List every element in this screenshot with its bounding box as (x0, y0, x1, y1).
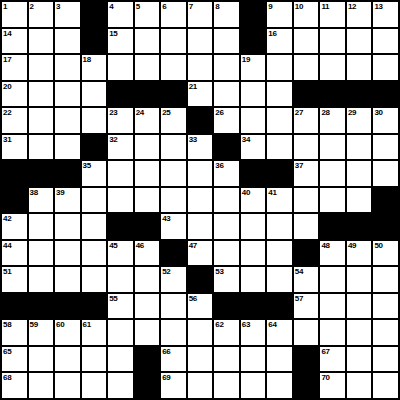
grid-cell-r5c11[interactable] (267, 108, 292, 133)
grid-cell-r11c3[interactable] (55, 267, 80, 292)
grid-cell-r1c13[interactable]: 11 (320, 2, 345, 27)
grid-cell-r15c14[interactable] (347, 373, 372, 398)
block-cell-r7c2 (29, 161, 54, 186)
grid-cell-r3c12[interactable] (294, 55, 319, 80)
grid-cell-r14c11[interactable] (267, 347, 292, 372)
grid-cell-r1c11[interactable]: 9 (267, 2, 292, 27)
clue-number-56: 56 (189, 294, 197, 303)
grid-cell-r10c6[interactable]: 46 (135, 241, 160, 266)
clue-number-55: 55 (109, 294, 117, 303)
block-cell-r4c12 (294, 82, 319, 107)
grid-cell-r12c8[interactable]: 56 (188, 294, 213, 319)
grid-cell-r2c6[interactable] (135, 29, 160, 54)
block-cell-r4c6 (135, 82, 160, 107)
clue-number-21: 21 (189, 82, 197, 91)
block-cell-r9c15 (373, 214, 398, 239)
block-cell-r12c4 (82, 294, 107, 319)
grid-cell-r15c1[interactable]: 68 (2, 373, 27, 398)
clue-number-68: 68 (3, 373, 11, 382)
grid-cell-r10c10[interactable] (241, 241, 266, 266)
grid-cell-r3c15[interactable] (373, 55, 398, 80)
block-cell-r4c5 (108, 82, 133, 107)
grid-cell-r9c9[interactable] (214, 214, 239, 239)
grid-cell-r3c13[interactable] (320, 55, 345, 80)
grid-cell-r13c13[interactable] (320, 320, 345, 345)
grid-cell-r9c1[interactable]: 42 (2, 214, 27, 239)
clue-number-28: 28 (321, 108, 329, 117)
grid-cell-r9c11[interactable] (267, 214, 292, 239)
grid-cell-r2c9[interactable] (214, 29, 239, 54)
grid-cell-r2c13[interactable] (320, 29, 345, 54)
grid-cell-r10c14[interactable]: 49 (347, 241, 372, 266)
grid-cell-r14c7[interactable]: 66 (161, 347, 186, 372)
grid-cell-r8c10[interactable]: 40 (241, 188, 266, 213)
block-cell-r7c11 (267, 161, 292, 186)
grid-cell-r8c14[interactable] (347, 188, 372, 213)
clue-number-59: 59 (30, 320, 38, 329)
grid-cell-r2c8[interactable] (188, 29, 213, 54)
grid-cell-r5c7[interactable]: 25 (161, 108, 186, 133)
grid-cell-r5c9[interactable]: 26 (214, 108, 239, 133)
grid-cell-r5c1[interactable]: 22 (2, 108, 27, 133)
clue-number-5: 5 (136, 2, 140, 11)
grid-cell-r15c9[interactable] (214, 373, 239, 398)
grid-cell-r13c15[interactable] (373, 320, 398, 345)
clue-number-61: 61 (83, 320, 91, 329)
grid-cell-r6c13[interactable] (320, 135, 345, 160)
clue-number-70: 70 (321, 373, 329, 382)
grid-cell-r5c2[interactable] (29, 108, 54, 133)
clue-number-37: 37 (295, 161, 303, 170)
grid-cell-r3c6[interactable] (135, 55, 160, 80)
grid-cell-r4c1[interactable]: 20 (2, 82, 27, 107)
grid-cell-r13c12[interactable] (294, 320, 319, 345)
grid-cell-r2c11[interactable]: 16 (267, 29, 292, 54)
block-cell-r5c8 (188, 108, 213, 133)
grid-cell-r2c5[interactable]: 15 (108, 29, 133, 54)
grid-cell-r3c9[interactable] (214, 55, 239, 80)
grid-cell-r13c14[interactable] (347, 320, 372, 345)
grid-cell-r10c8[interactable]: 47 (188, 241, 213, 266)
grid-cell-r1c8[interactable]: 7 (188, 2, 213, 27)
grid-cell-r13c1[interactable]: 58 (2, 320, 27, 345)
clue-number-3: 3 (56, 2, 60, 11)
grid-cell-r11c9[interactable]: 53 (214, 267, 239, 292)
block-cell-r9c14 (347, 214, 372, 239)
clue-number-43: 43 (162, 214, 170, 223)
grid-cell-r6c15[interactable] (373, 135, 398, 160)
block-cell-r11c8 (188, 267, 213, 292)
grid-cell-r14c1[interactable]: 65 (2, 347, 27, 372)
grid-cell-r7c15[interactable] (373, 161, 398, 186)
clue-number-54: 54 (295, 267, 303, 276)
grid-cell-r9c3[interactable] (55, 214, 80, 239)
grid-cell-r14c2[interactable] (29, 347, 54, 372)
grid-cell-r4c2[interactable] (29, 82, 54, 107)
block-cell-r7c10 (241, 161, 266, 186)
grid-cell-r2c7[interactable] (161, 29, 186, 54)
block-cell-r2c10 (241, 29, 266, 54)
grid-cell-r9c12[interactable] (294, 214, 319, 239)
clue-number-36: 36 (215, 161, 223, 170)
grid-cell-r15c5[interactable] (108, 373, 133, 398)
grid-cell-r12c6[interactable] (135, 294, 160, 319)
grid-cell-r12c5[interactable]: 55 (108, 294, 133, 319)
clue-number-8: 8 (215, 2, 219, 11)
clue-number-15: 15 (109, 29, 117, 38)
grid-cell-r8c9[interactable] (214, 188, 239, 213)
grid-cell-r11c10[interactable] (241, 267, 266, 292)
clue-number-14: 14 (3, 29, 11, 38)
block-cell-r1c4 (82, 2, 107, 27)
grid-cell-r10c11[interactable] (267, 241, 292, 266)
grid-cell-r8c12[interactable] (294, 188, 319, 213)
block-cell-r14c12 (294, 347, 319, 372)
block-cell-r7c3 (55, 161, 80, 186)
clue-number-47: 47 (189, 241, 197, 250)
grid-cell-r11c6[interactable] (135, 267, 160, 292)
clue-number-41: 41 (268, 188, 276, 197)
grid-cell-r2c1[interactable]: 14 (2, 29, 27, 54)
clue-number-6: 6 (162, 2, 166, 11)
clue-number-10: 10 (295, 2, 303, 11)
block-cell-r9c5 (108, 214, 133, 239)
block-cell-r10c7 (161, 241, 186, 266)
grid-cell-r14c9[interactable] (214, 347, 239, 372)
clue-number-65: 65 (3, 347, 11, 356)
grid-cell-r5c3[interactable] (55, 108, 80, 133)
grid-cell-r13c2[interactable]: 59 (29, 320, 54, 345)
grid-cell-r6c14[interactable] (347, 135, 372, 160)
grid-cell-r15c7[interactable]: 69 (161, 373, 186, 398)
clue-number-25: 25 (162, 108, 170, 117)
grid-cell-r1c12[interactable]: 10 (294, 2, 319, 27)
grid-cell-r11c7[interactable]: 52 (161, 267, 186, 292)
clue-number-4: 4 (109, 2, 113, 11)
grid-cell-r12c7[interactable] (161, 294, 186, 319)
grid-cell-r3c11[interactable] (267, 55, 292, 80)
clue-number-31: 31 (3, 135, 11, 144)
clue-number-24: 24 (136, 108, 144, 117)
grid-cell-r10c13[interactable]: 48 (320, 241, 345, 266)
clue-number-1: 1 (3, 2, 7, 11)
clue-number-27: 27 (295, 108, 303, 117)
grid-cell-r3c2[interactable] (29, 55, 54, 80)
block-cell-r4c14 (347, 82, 372, 107)
grid-cell-r11c1[interactable]: 51 (2, 267, 27, 292)
grid-cell-r3c8[interactable] (188, 55, 213, 80)
grid-cell-r5c13[interactable]: 28 (320, 108, 345, 133)
grid-cell-r8c6[interactable] (135, 188, 160, 213)
clue-number-42: 42 (3, 214, 11, 223)
grid-cell-r4c3[interactable] (55, 82, 80, 107)
grid-cell-r1c3[interactable]: 3 (55, 2, 80, 27)
block-cell-r10c12 (294, 241, 319, 266)
clue-number-57: 57 (295, 294, 303, 303)
grid-cell-r13c5[interactable] (108, 320, 133, 345)
grid-cell-r13c8[interactable] (188, 320, 213, 345)
clue-number-44: 44 (3, 241, 11, 250)
clue-number-33: 33 (189, 135, 197, 144)
block-cell-r9c6 (135, 214, 160, 239)
clue-number-67: 67 (321, 347, 329, 356)
clue-number-53: 53 (215, 267, 223, 276)
block-cell-r4c7 (161, 82, 186, 107)
grid-cell-r13c3[interactable]: 60 (55, 320, 80, 345)
grid-cell-r12c15[interactable] (373, 294, 398, 319)
clue-number-23: 23 (109, 108, 117, 117)
grid-cell-r13c6[interactable] (135, 320, 160, 345)
grid-cell-r6c8[interactable]: 33 (188, 135, 213, 160)
clue-number-13: 13 (374, 2, 382, 11)
block-cell-r15c12 (294, 373, 319, 398)
block-cell-r8c15 (373, 188, 398, 213)
grid-cell-r7c5[interactable] (108, 161, 133, 186)
clue-number-34: 34 (242, 135, 250, 144)
block-cell-r2c4 (82, 29, 107, 54)
grid-cell-r15c3[interactable] (55, 373, 80, 398)
grid-cell-r5c4[interactable] (82, 108, 107, 133)
grid-cell-r13c9[interactable]: 62 (214, 320, 239, 345)
grid-cell-r5c14[interactable]: 29 (347, 108, 372, 133)
clue-number-30: 30 (374, 108, 382, 117)
clue-number-29: 29 (348, 108, 356, 117)
grid-cell-r4c11[interactable] (267, 82, 292, 107)
grid-cell-r2c15[interactable] (373, 29, 398, 54)
clue-number-16: 16 (268, 29, 276, 38)
grid-cell-r5c5[interactable]: 23 (108, 108, 133, 133)
grid-cell-r3c5[interactable] (108, 55, 133, 80)
clue-number-7: 7 (189, 2, 193, 11)
grid-cell-r6c6[interactable] (135, 135, 160, 160)
grid-cell-r12c13[interactable] (320, 294, 345, 319)
grid-cell-r7c13[interactable] (320, 161, 345, 186)
block-cell-r12c9 (214, 294, 239, 319)
clue-number-52: 52 (162, 267, 170, 276)
block-cell-r6c4 (82, 135, 107, 160)
grid-cell-r11c15[interactable] (373, 267, 398, 292)
grid-cell-r3c10[interactable]: 19 (241, 55, 266, 80)
clue-number-45: 45 (109, 241, 117, 250)
clue-number-39: 39 (56, 188, 64, 197)
grid-cell-r6c2[interactable] (29, 135, 54, 160)
clue-number-32: 32 (109, 135, 117, 144)
grid-cell-r8c3[interactable]: 39 (55, 188, 80, 213)
grid-cell-r14c5[interactable] (108, 347, 133, 372)
grid-cell-r10c1[interactable]: 44 (2, 241, 27, 266)
clue-number-19: 19 (242, 55, 250, 64)
grid-cell-r5c6[interactable]: 24 (135, 108, 160, 133)
grid-cell-r7c9[interactable]: 36 (214, 161, 239, 186)
grid-cell-r8c11[interactable]: 41 (267, 188, 292, 213)
grid-cell-r1c1[interactable]: 1 (2, 2, 27, 27)
clue-number-17: 17 (3, 55, 11, 64)
grid-cell-r5c15[interactable]: 30 (373, 108, 398, 133)
grid-cell-r6c11[interactable] (267, 135, 292, 160)
grid-cell-r1c14[interactable]: 12 (347, 2, 372, 27)
grid-cell-r8c13[interactable] (320, 188, 345, 213)
grid-cell-r15c4[interactable] (82, 373, 107, 398)
grid-cell-r4c4[interactable] (82, 82, 107, 107)
clue-number-2: 2 (30, 2, 34, 11)
grid-cell-r10c4[interactable] (82, 241, 107, 266)
grid-cell-r2c3[interactable] (55, 29, 80, 54)
grid-cell-r2c14[interactable] (347, 29, 372, 54)
grid-cell-r14c15[interactable] (373, 347, 398, 372)
grid-cell-r11c4[interactable] (82, 267, 107, 292)
grid-cell-r14c14[interactable] (347, 347, 372, 372)
grid-cell-r15c8[interactable] (188, 373, 213, 398)
clue-number-50: 50 (374, 241, 382, 250)
clue-number-20: 20 (3, 82, 11, 91)
grid-cell-r6c5[interactable]: 32 (108, 135, 133, 160)
grid-cell-r10c2[interactable] (29, 241, 54, 266)
grid-cell-r3c1[interactable]: 17 (2, 55, 27, 80)
grid-cell-r5c12[interactable]: 27 (294, 108, 319, 133)
grid-cell-r8c7[interactable] (161, 188, 186, 213)
grid-cell-r14c13[interactable]: 67 (320, 347, 345, 372)
clue-number-38: 38 (30, 188, 38, 197)
grid-cell-r13c4[interactable]: 61 (82, 320, 107, 345)
clue-number-40: 40 (242, 188, 250, 197)
grid-cell-r9c8[interactable] (188, 214, 213, 239)
grid-cell-r15c15[interactable] (373, 373, 398, 398)
block-cell-r7c1 (2, 161, 27, 186)
grid-cell-r3c4[interactable]: 18 (82, 55, 107, 80)
block-cell-r8c1 (2, 188, 27, 213)
block-cell-r4c13 (320, 82, 345, 107)
block-cell-r4c15 (373, 82, 398, 107)
clue-number-9: 9 (268, 2, 272, 11)
grid-cell-r8c5[interactable] (108, 188, 133, 213)
clue-number-64: 64 (268, 320, 276, 329)
grid-cell-r1c9[interactable]: 8 (214, 2, 239, 27)
block-cell-r9c13 (320, 214, 345, 239)
block-cell-r14c6 (135, 347, 160, 372)
grid-cell-r10c15[interactable]: 50 (373, 241, 398, 266)
grid-cell-r11c12[interactable]: 54 (294, 267, 319, 292)
clue-number-22: 22 (3, 108, 11, 117)
crossword-board: 1234567891011121314151617181920212223242… (0, 0, 400, 400)
grid-cell-r3c7[interactable] (161, 55, 186, 80)
clue-number-49: 49 (348, 241, 356, 250)
block-cell-r12c3 (55, 294, 80, 319)
clue-number-60: 60 (56, 320, 64, 329)
grid-cell-r14c4[interactable] (82, 347, 107, 372)
grid-cell-r11c5[interactable] (108, 267, 133, 292)
block-cell-r1c10 (241, 2, 266, 27)
block-cell-r12c10 (241, 294, 266, 319)
clue-number-35: 35 (83, 161, 91, 170)
grid-cell-r3c14[interactable] (347, 55, 372, 80)
block-cell-r12c11 (267, 294, 292, 319)
grid-cell-r11c14[interactable] (347, 267, 372, 292)
grid-cell-r7c8[interactable] (188, 161, 213, 186)
clue-number-62: 62 (215, 320, 223, 329)
grid-cell-r6c1[interactable]: 31 (2, 135, 27, 160)
grid-cell-r15c13[interactable]: 70 (320, 373, 345, 398)
grid-cell-r9c7[interactable]: 43 (161, 214, 186, 239)
grid-cell-r6c3[interactable] (55, 135, 80, 160)
block-cell-r12c2 (29, 294, 54, 319)
grid-cell-r7c14[interactable] (347, 161, 372, 186)
grid-cell-r14c8[interactable] (188, 347, 213, 372)
grid-cell-r2c12[interactable] (294, 29, 319, 54)
grid-cell-r14c10[interactable] (241, 347, 266, 372)
grid-cell-r10c3[interactable] (55, 241, 80, 266)
grid-cell-r1c2[interactable]: 2 (29, 2, 54, 27)
grid-cell-r8c4[interactable] (82, 188, 107, 213)
clue-number-48: 48 (321, 241, 329, 250)
clue-number-12: 12 (348, 2, 356, 11)
grid-cell-r15c10[interactable] (241, 373, 266, 398)
clue-number-58: 58 (3, 320, 11, 329)
clue-number-51: 51 (3, 267, 11, 276)
grid-cell-r1c15[interactable]: 13 (373, 2, 398, 27)
grid-cell-r15c11[interactable] (267, 373, 292, 398)
clue-number-46: 46 (136, 241, 144, 250)
clue-number-69: 69 (162, 373, 170, 382)
block-cell-r6c9 (214, 135, 239, 160)
grid-cell-r4c9[interactable] (214, 82, 239, 107)
grid-cell-r6c7[interactable] (161, 135, 186, 160)
grid-cell-r4c8[interactable]: 21 (188, 82, 213, 107)
grid-cell-r6c10[interactable]: 34 (241, 135, 266, 160)
grid-cell-r10c5[interactable]: 45 (108, 241, 133, 266)
clue-number-26: 26 (215, 108, 223, 117)
grid-cell-r10c9[interactable] (214, 241, 239, 266)
grid-cell-r4c10[interactable] (241, 82, 266, 107)
grid-cell-r1c5[interactable]: 4 (108, 2, 133, 27)
grid-cell-r9c4[interactable] (82, 214, 107, 239)
grid-cell-r8c8[interactable] (188, 188, 213, 213)
grid-cell-r11c2[interactable] (29, 267, 54, 292)
grid-cell-r9c2[interactable] (29, 214, 54, 239)
grid-cell-r7c12[interactable]: 37 (294, 161, 319, 186)
grid-cell-r3c3[interactable] (55, 55, 80, 80)
grid-cell-r7c4[interactable]: 35 (82, 161, 107, 186)
clue-number-66: 66 (162, 347, 170, 356)
grid-cell-r13c10[interactable]: 63 (241, 320, 266, 345)
clue-number-11: 11 (321, 2, 329, 11)
grid-cell-r11c13[interactable] (320, 267, 345, 292)
grid-cell-r12c14[interactable] (347, 294, 372, 319)
grid-cell-r5c10[interactable] (241, 108, 266, 133)
block-cell-r12c1 (2, 294, 27, 319)
grid-cell-r2c2[interactable] (29, 29, 54, 54)
grid-cell-r6c12[interactable] (294, 135, 319, 160)
grid-cell-r8c2[interactable]: 38 (29, 188, 54, 213)
clue-number-18: 18 (83, 55, 91, 64)
grid-cell-r14c3[interactable] (55, 347, 80, 372)
grid-cell-r1c6[interactable]: 5 (135, 2, 160, 27)
grid-cell-r11c11[interactable] (267, 267, 292, 292)
grid-cell-r13c11[interactable]: 64 (267, 320, 292, 345)
block-cell-r15c6 (135, 373, 160, 398)
grid-cell-r9c10[interactable] (241, 214, 266, 239)
grid-cell-r12c12[interactable]: 57 (294, 294, 319, 319)
grid-cell-r7c7[interactable] (161, 161, 186, 186)
grid-cell-r7c6[interactable] (135, 161, 160, 186)
grid-cell-r1c7[interactable]: 6 (161, 2, 186, 27)
clue-number-63: 63 (242, 320, 250, 329)
grid-cell-r15c2[interactable] (29, 373, 54, 398)
grid-cell-r13c7[interactable] (161, 320, 186, 345)
